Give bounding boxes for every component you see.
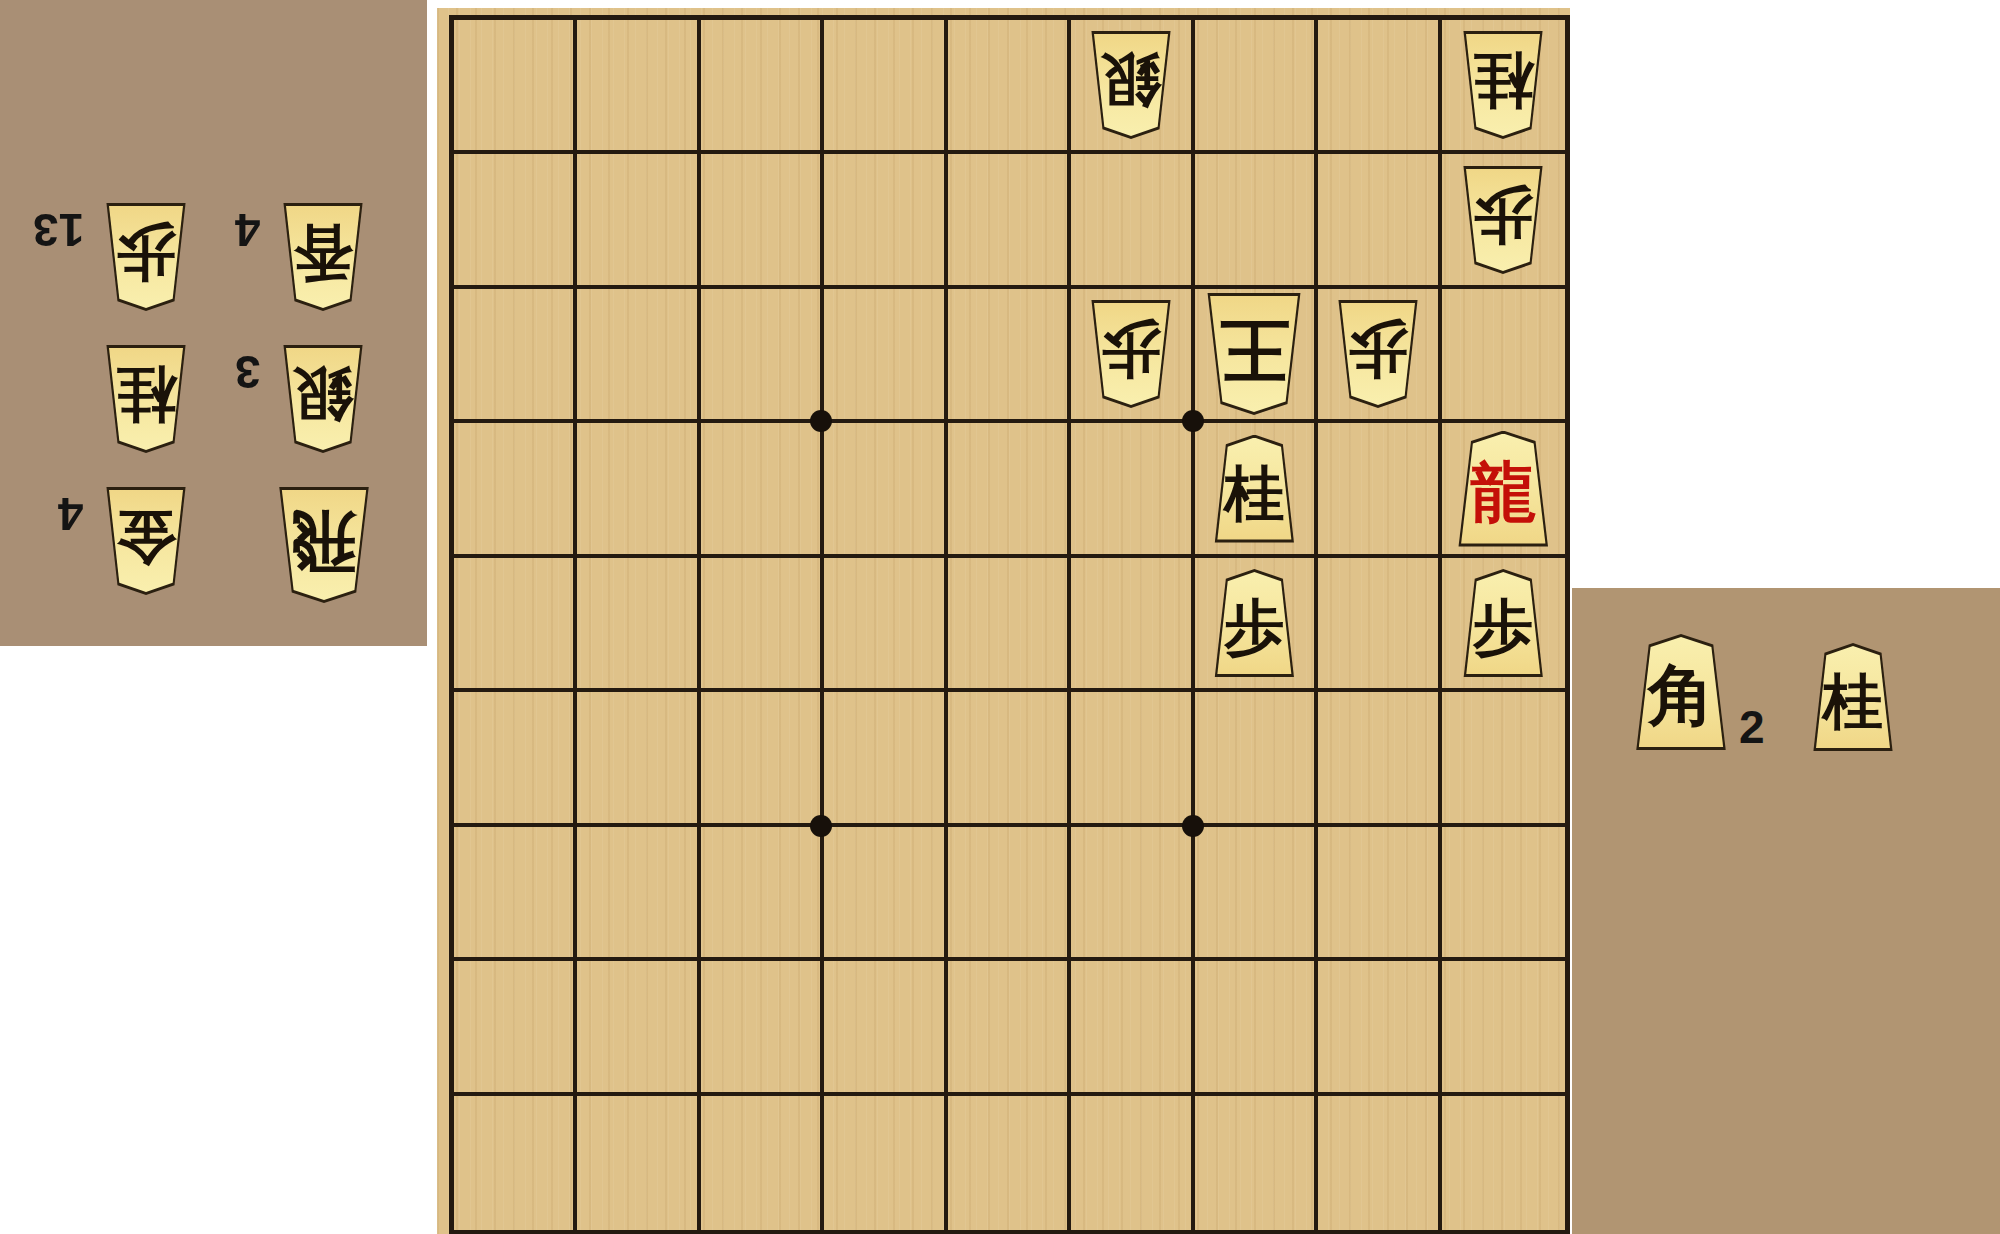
piece-kanji: 桂 bbox=[1823, 663, 1883, 731]
board-cell-1-3[interactable] bbox=[1442, 289, 1565, 423]
board-cell-4-2[interactable] bbox=[1071, 154, 1194, 288]
board-cell-1-5[interactable]: 歩 bbox=[1442, 558, 1565, 692]
board-cell-6-7[interactable] bbox=[824, 827, 947, 961]
board-cell-7-3[interactable] bbox=[701, 289, 824, 423]
board-cell-3-8[interactable] bbox=[1195, 961, 1318, 1095]
board-cell-1-8[interactable] bbox=[1442, 961, 1565, 1095]
board-cell-2-8[interactable] bbox=[1318, 961, 1441, 1095]
hoshi-dot bbox=[810, 410, 832, 432]
hand-count-bishop: 2 bbox=[1739, 704, 1765, 750]
gote-piece-pawn[interactable]: 歩 bbox=[1457, 166, 1549, 274]
piece-kanji: 銀 bbox=[1101, 51, 1161, 119]
board-cell-3-3[interactable]: 王 bbox=[1195, 289, 1318, 423]
board-cell-4-5[interactable] bbox=[1071, 558, 1194, 692]
hoshi-dot bbox=[1182, 815, 1204, 837]
board-cell-3-7[interactable] bbox=[1195, 827, 1318, 961]
board-cell-9-9[interactable] bbox=[454, 1096, 577, 1230]
board-cell-6-1[interactable] bbox=[824, 20, 947, 154]
board-cell-8-9[interactable] bbox=[577, 1096, 700, 1230]
sente-piece-pawn[interactable]: 歩 bbox=[1208, 569, 1300, 677]
piece-kanji: 桂 bbox=[1473, 51, 1533, 119]
board-cell-8-5[interactable] bbox=[577, 558, 700, 692]
gote-piece-knight[interactable]: 桂 bbox=[100, 345, 192, 453]
board-cell-8-1[interactable] bbox=[577, 20, 700, 154]
gote-piece-pawn[interactable]: 歩 bbox=[1332, 300, 1424, 408]
board-cell-2-3[interactable]: 歩 bbox=[1318, 289, 1441, 423]
board-cell-5-8[interactable] bbox=[948, 961, 1071, 1095]
gote-piece-gold[interactable]: 金 bbox=[100, 487, 192, 595]
board-cell-9-6[interactable] bbox=[454, 692, 577, 826]
hand-count-gold: 4 bbox=[58, 491, 84, 537]
sente-piece-dragon[interactable]: 龍 bbox=[1451, 431, 1555, 547]
gote-piece-king[interactable]: 王 bbox=[1200, 293, 1308, 415]
board-cell-5-5[interactable] bbox=[948, 558, 1071, 692]
board-cell-1-1[interactable]: 桂 bbox=[1442, 20, 1565, 154]
board-cell-2-5[interactable] bbox=[1318, 558, 1441, 692]
board-cell-8-2[interactable] bbox=[577, 154, 700, 288]
board-cell-9-7[interactable] bbox=[454, 827, 577, 961]
gote-piece-lance[interactable]: 香 bbox=[277, 203, 369, 311]
board-cell-5-6[interactable] bbox=[948, 692, 1071, 826]
board-cell-1-7[interactable] bbox=[1442, 827, 1565, 961]
board-cell-4-1[interactable]: 銀 bbox=[1071, 20, 1194, 154]
hoshi-dot bbox=[810, 815, 832, 837]
piece-kanji: 香 bbox=[293, 223, 353, 291]
gote-piece-silver[interactable]: 銀 bbox=[277, 345, 369, 453]
board-cell-5-1[interactable] bbox=[948, 20, 1071, 154]
piece-kanji: 歩 bbox=[1473, 186, 1533, 254]
gote-piece-pawn[interactable]: 歩 bbox=[1085, 300, 1177, 408]
board-cell-7-4[interactable] bbox=[701, 423, 824, 557]
piece-kanji: 歩 bbox=[1348, 320, 1408, 388]
board-cell-4-8[interactable] bbox=[1071, 961, 1194, 1095]
board-cell-9-8[interactable] bbox=[454, 961, 577, 1095]
board-cell-4-9[interactable] bbox=[1071, 1096, 1194, 1230]
piece-kanji: 歩 bbox=[1101, 320, 1161, 388]
board-cell-6-8[interactable] bbox=[824, 961, 947, 1095]
board-cell-7-1[interactable] bbox=[701, 20, 824, 154]
board-cell-7-9[interactable] bbox=[701, 1096, 824, 1230]
board-cell-9-2[interactable] bbox=[454, 154, 577, 288]
piece-kanji: 銀 bbox=[293, 365, 353, 433]
board-cell-4-3[interactable]: 歩 bbox=[1071, 289, 1194, 423]
board-cell-6-4[interactable] bbox=[824, 423, 947, 557]
gote-piece-rook[interactable]: 飛 bbox=[272, 487, 376, 603]
board-cell-5-2[interactable] bbox=[948, 154, 1071, 288]
hand-count-pawn: 13 bbox=[33, 207, 84, 253]
board-cell-3-6[interactable] bbox=[1195, 692, 1318, 826]
board-cell-9-4[interactable] bbox=[454, 423, 577, 557]
sente-hand-tray: 角2桂 bbox=[1572, 588, 2000, 1234]
board-cell-5-3[interactable] bbox=[948, 289, 1071, 423]
piece-kanji: 桂 bbox=[1224, 455, 1284, 523]
board-cell-9-1[interactable] bbox=[454, 20, 577, 154]
hand-count-silver: 3 bbox=[235, 349, 261, 395]
piece-kanji: 歩 bbox=[1224, 589, 1284, 657]
shogi-diagram: 歩13香4桂銀3金4飛 銀桂歩歩王歩桂龍歩歩 角2桂 bbox=[0, 0, 2000, 1234]
board-cell-7-2[interactable] bbox=[701, 154, 824, 288]
board-cell-8-3[interactable] bbox=[577, 289, 700, 423]
board-cell-8-4[interactable] bbox=[577, 423, 700, 557]
piece-kanji: 角 bbox=[1648, 655, 1714, 729]
shogi-board: 銀桂歩歩王歩桂龍歩歩 bbox=[437, 8, 1570, 1234]
board-cell-7-5[interactable] bbox=[701, 558, 824, 692]
board-cell-3-5[interactable]: 歩 bbox=[1195, 558, 1318, 692]
hand-count-lance: 4 bbox=[235, 207, 261, 253]
board-cell-9-5[interactable] bbox=[454, 558, 577, 692]
piece-kanji: 歩 bbox=[1473, 589, 1533, 657]
sente-piece-knight[interactable]: 桂 bbox=[1807, 643, 1899, 751]
sente-piece-bishop[interactable]: 角 bbox=[1629, 634, 1733, 750]
board-cell-6-3[interactable] bbox=[824, 289, 947, 423]
board-cell-7-7[interactable] bbox=[701, 827, 824, 961]
board-cell-5-7[interactable] bbox=[948, 827, 1071, 961]
gote-piece-pawn[interactable]: 歩 bbox=[100, 203, 192, 311]
board-cell-1-9[interactable] bbox=[1442, 1096, 1565, 1230]
piece-kanji: 桂 bbox=[116, 365, 176, 433]
piece-kanji: 歩 bbox=[116, 223, 176, 291]
board-cell-3-9[interactable] bbox=[1195, 1096, 1318, 1230]
sente-piece-knight[interactable]: 桂 bbox=[1208, 435, 1300, 543]
board-cell-2-6[interactable] bbox=[1318, 692, 1441, 826]
board-cell-4-6[interactable] bbox=[1071, 692, 1194, 826]
board-cell-6-5[interactable] bbox=[824, 558, 947, 692]
board-grid: 銀桂歩歩王歩桂龍歩歩 bbox=[449, 15, 1570, 1234]
board-cell-2-2[interactable] bbox=[1318, 154, 1441, 288]
board-cell-4-7[interactable] bbox=[1071, 827, 1194, 961]
board-cell-3-2[interactable] bbox=[1195, 154, 1318, 288]
board-cell-3-1[interactable] bbox=[1195, 20, 1318, 154]
board-cell-6-9[interactable] bbox=[824, 1096, 947, 1230]
board-cell-8-8[interactable] bbox=[577, 961, 700, 1095]
piece-kanji: 王 bbox=[1219, 315, 1289, 393]
board-cell-5-4[interactable] bbox=[948, 423, 1071, 557]
board-cell-9-3[interactable] bbox=[454, 289, 577, 423]
board-cell-4-4[interactable] bbox=[1071, 423, 1194, 557]
board-cell-7-8[interactable] bbox=[701, 961, 824, 1095]
board-cell-1-2[interactable]: 歩 bbox=[1442, 154, 1565, 288]
board-cell-8-6[interactable] bbox=[577, 692, 700, 826]
board-cell-1-6[interactable] bbox=[1442, 692, 1565, 826]
piece-kanji: 金 bbox=[116, 507, 176, 575]
piece-kanji: 飛 bbox=[291, 508, 357, 582]
gote-piece-silver[interactable]: 銀 bbox=[1085, 31, 1177, 139]
board-cell-1-4[interactable]: 龍 bbox=[1442, 423, 1565, 557]
board-cell-6-2[interactable] bbox=[824, 154, 947, 288]
board-cell-5-9[interactable] bbox=[948, 1096, 1071, 1230]
gote-hand-tray: 歩13香4桂銀3金4飛 bbox=[0, 0, 427, 646]
board-cell-2-1[interactable] bbox=[1318, 20, 1441, 154]
board-cell-2-7[interactable] bbox=[1318, 827, 1441, 961]
sente-piece-pawn[interactable]: 歩 bbox=[1457, 569, 1549, 677]
hoshi-dot bbox=[1182, 410, 1204, 432]
board-cell-2-4[interactable] bbox=[1318, 423, 1441, 557]
piece-kanji: 龍 bbox=[1470, 452, 1536, 526]
board-cell-6-6[interactable] bbox=[824, 692, 947, 826]
gote-piece-knight[interactable]: 桂 bbox=[1457, 31, 1549, 139]
board-cell-2-9[interactable] bbox=[1318, 1096, 1441, 1230]
board-cell-8-7[interactable] bbox=[577, 827, 700, 961]
board-cell-3-4[interactable]: 桂 bbox=[1195, 423, 1318, 557]
board-cell-7-6[interactable] bbox=[701, 692, 824, 826]
